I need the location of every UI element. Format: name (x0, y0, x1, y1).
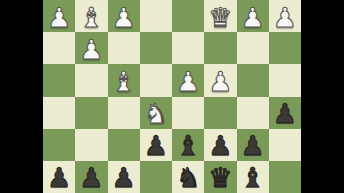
black-bishop-d6[interactable]: ♝ (176, 132, 200, 159)
square-f2[interactable]: ♟ (108, 0, 140, 32)
square-d2[interactable] (172, 0, 204, 32)
square-h6[interactable] (43, 129, 75, 161)
square-b3[interactable] (237, 32, 269, 64)
square-f6[interactable] (108, 129, 140, 161)
black-queen-c7[interactable]: ♛ (208, 164, 232, 191)
square-e5[interactable]: ♞ (140, 97, 172, 129)
white-pawn-a2[interactable]: ♟ (273, 4, 297, 31)
left-letterbox-bar (0, 0, 43, 193)
chess-board: ♟♝♟♛♟♟♟♝♟♟♞♟♟♝♟♟♟♟♟♞♛♝ (43, 0, 301, 193)
white-bishop-f4[interactable]: ♝ (112, 68, 136, 95)
square-b4[interactable] (237, 64, 269, 96)
black-pawn-c6[interactable]: ♟ (208, 132, 232, 159)
square-f3[interactable] (108, 32, 140, 64)
square-h4[interactable] (43, 64, 75, 96)
square-a5[interactable]: ♟ (269, 97, 301, 129)
square-h5[interactable] (43, 97, 75, 129)
square-e7[interactable] (140, 161, 172, 193)
black-bishop-b7[interactable]: ♝ (241, 164, 265, 191)
white-pawn-g3[interactable]: ♟ (79, 36, 103, 63)
square-c5[interactable] (204, 97, 236, 129)
square-c7[interactable]: ♛ (204, 161, 236, 193)
square-f5[interactable] (108, 97, 140, 129)
square-d3[interactable] (172, 32, 204, 64)
square-h2[interactable]: ♟ (43, 0, 75, 32)
square-f7[interactable]: ♟ (108, 161, 140, 193)
square-e3[interactable] (140, 32, 172, 64)
chess-screenshot: ♟♝♟♛♟♟♟♝♟♟♞♟♟♝♟♟♟♟♟♞♛♝ (0, 0, 344, 193)
square-a4[interactable] (269, 64, 301, 96)
square-b7[interactable]: ♝ (237, 161, 269, 193)
square-a6[interactable] (269, 129, 301, 161)
square-a3[interactable] (269, 32, 301, 64)
square-c4[interactable]: ♟ (204, 64, 236, 96)
white-pawn-h2[interactable]: ♟ (47, 4, 71, 31)
white-pawn-f2[interactable]: ♟ (112, 4, 136, 31)
black-pawn-f7[interactable]: ♟ (112, 164, 136, 191)
black-knight-d7[interactable]: ♞ (176, 164, 200, 191)
square-f4[interactable]: ♝ (108, 64, 140, 96)
square-c3[interactable] (204, 32, 236, 64)
square-g3[interactable]: ♟ (75, 32, 107, 64)
square-a2[interactable]: ♟ (269, 0, 301, 32)
white-queen-c2[interactable]: ♛ (208, 4, 232, 31)
square-b5[interactable] (237, 97, 269, 129)
square-g6[interactable] (75, 129, 107, 161)
black-pawn-h7[interactable]: ♟ (47, 164, 71, 191)
black-pawn-a5[interactable]: ♟ (273, 100, 297, 127)
square-d4[interactable]: ♟ (172, 64, 204, 96)
square-b6[interactable]: ♟ (237, 129, 269, 161)
square-b2[interactable]: ♟ (237, 0, 269, 32)
square-h3[interactable] (43, 32, 75, 64)
square-g4[interactable] (75, 64, 107, 96)
square-e2[interactable] (140, 0, 172, 32)
white-bishop-g2[interactable]: ♝ (79, 4, 103, 31)
square-g5[interactable] (75, 97, 107, 129)
square-e4[interactable] (140, 64, 172, 96)
black-pawn-e6[interactable]: ♟ (144, 132, 168, 159)
black-pawn-b6[interactable]: ♟ (241, 132, 265, 159)
square-c2[interactable]: ♛ (204, 0, 236, 32)
square-g7[interactable]: ♟ (75, 161, 107, 193)
white-pawn-b2[interactable]: ♟ (241, 4, 265, 31)
right-letterbox-bar (301, 0, 344, 193)
square-e6[interactable]: ♟ (140, 129, 172, 161)
black-pawn-g7[interactable]: ♟ (79, 164, 103, 191)
square-d5[interactable] (172, 97, 204, 129)
white-pawn-d4[interactable]: ♟ (176, 68, 200, 95)
square-g2[interactable]: ♝ (75, 0, 107, 32)
square-h7[interactable]: ♟ (43, 161, 75, 193)
square-c6[interactable]: ♟ (204, 129, 236, 161)
white-pawn-c4[interactable]: ♟ (208, 68, 232, 95)
white-knight-e5[interactable]: ♞ (144, 100, 168, 127)
square-d7[interactable]: ♞ (172, 161, 204, 193)
square-d6[interactable]: ♝ (172, 129, 204, 161)
square-a7[interactable] (269, 161, 301, 193)
